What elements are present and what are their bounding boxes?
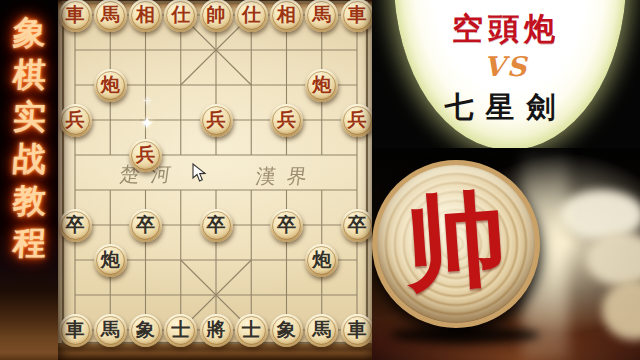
piece-label: 車 bbox=[348, 5, 367, 24]
piece-black-soldier[interactable]: 卒 bbox=[341, 209, 373, 242]
piece-label: 炮 bbox=[312, 250, 331, 269]
decorative-photo: 帅 bbox=[372, 148, 640, 360]
piece-red-horse[interactable]: 馬 bbox=[305, 0, 338, 32]
piece-black-cannon[interactable]: 炮 bbox=[305, 244, 338, 277]
piece-label: 將 bbox=[207, 320, 226, 339]
piece-label: 士 bbox=[171, 320, 190, 339]
xiangqi-board[interactable]: 楚河 漢界 車馬相仕帥仕相馬車炮炮兵兵兵兵兵卒卒卒卒卒炮炮車馬象士將士象馬車 ✦… bbox=[58, 0, 372, 360]
title-char: 象 bbox=[11, 16, 46, 49]
blurred-cup bbox=[602, 280, 640, 340]
piece-black-elephant[interactable]: 象 bbox=[270, 314, 303, 347]
opening-name-black: 七星劍 bbox=[372, 88, 640, 128]
piece-red-elephant[interactable]: 相 bbox=[129, 0, 162, 32]
blurred-cup bbox=[586, 232, 640, 286]
piece-black-soldier[interactable]: 卒 bbox=[200, 209, 233, 242]
piece-red-chariot[interactable]: 車 bbox=[59, 0, 92, 32]
piece-label: 馬 bbox=[101, 320, 120, 339]
piece-black-cannon[interactable]: 炮 bbox=[94, 244, 127, 277]
title-char: 棋 bbox=[11, 58, 46, 91]
vs-label: VS bbox=[372, 51, 640, 82]
mouse-cursor-icon bbox=[191, 163, 209, 183]
piece-black-chariot[interactable]: 車 bbox=[341, 314, 373, 347]
piece-label: 兵 bbox=[277, 110, 296, 129]
piece-black-advisor[interactable]: 士 bbox=[164, 314, 197, 347]
piece-label: 炮 bbox=[101, 75, 120, 94]
piece-label: 卒 bbox=[348, 215, 367, 234]
pieces-layer: 車馬相仕帥仕相馬車炮炮兵兵兵兵兵卒卒卒卒卒炮炮車馬象士將士象馬車 bbox=[58, 0, 372, 360]
piece-label: 馬 bbox=[312, 320, 331, 339]
piece-red-cannon[interactable]: 炮 bbox=[305, 69, 338, 102]
piece-label: 炮 bbox=[101, 250, 120, 269]
piece-red-soldier[interactable]: 兵 bbox=[129, 139, 162, 172]
piece-label: 帥 bbox=[207, 5, 226, 24]
piece-label: 卒 bbox=[277, 215, 296, 234]
piece-label: 象 bbox=[277, 320, 296, 339]
piece-label: 仕 bbox=[171, 5, 190, 24]
title-char: 战 bbox=[11, 142, 46, 175]
piece-black-horse[interactable]: 馬 bbox=[305, 314, 338, 347]
piece-black-soldier[interactable]: 卒 bbox=[129, 209, 162, 242]
piece-label: 相 bbox=[277, 5, 296, 24]
left-title-panel: 象 棋 实 战 教 程 bbox=[0, 0, 58, 360]
piece-red-advisor[interactable]: 仕 bbox=[235, 0, 268, 32]
right-promo-panel: 空頭炮 VS 七星劍 帅 bbox=[372, 0, 640, 360]
piece-label: 車 bbox=[66, 320, 85, 339]
piece-red-chariot[interactable]: 車 bbox=[341, 0, 373, 32]
piece-label: 馬 bbox=[312, 5, 331, 24]
piece-label: 車 bbox=[348, 320, 367, 339]
piece-label: 馬 bbox=[101, 5, 120, 24]
opening-name-red: 空頭炮 bbox=[372, 8, 640, 50]
piece-black-elephant[interactable]: 象 bbox=[129, 314, 162, 347]
piece-red-general[interactable]: 帥 bbox=[200, 0, 233, 32]
show-title-vertical: 象 棋 实 战 教 程 bbox=[0, 16, 58, 259]
title-char: 程 bbox=[11, 226, 46, 259]
title-char: 实 bbox=[11, 100, 46, 133]
piece-red-soldier[interactable]: 兵 bbox=[341, 104, 373, 137]
piece-label: 卒 bbox=[66, 215, 85, 234]
piece-label: 兵 bbox=[66, 110, 85, 129]
piece-label: 兵 bbox=[136, 145, 155, 164]
piece-label: 士 bbox=[242, 320, 261, 339]
piece-label: 卒 bbox=[207, 215, 226, 234]
piece-black-soldier[interactable]: 卒 bbox=[270, 209, 303, 242]
piece-red-horse[interactable]: 馬 bbox=[94, 0, 127, 32]
piece-label: 象 bbox=[136, 320, 155, 339]
piece-red-soldier[interactable]: 兵 bbox=[200, 104, 233, 137]
piece-black-soldier[interactable]: 卒 bbox=[59, 209, 92, 242]
piece-label: 車 bbox=[66, 5, 85, 24]
piece-red-advisor[interactable]: 仕 bbox=[164, 0, 197, 32]
piece-black-chariot[interactable]: 車 bbox=[59, 314, 92, 347]
piece-label: 兵 bbox=[207, 110, 226, 129]
big-general-piece: 帅 bbox=[372, 160, 540, 328]
title-char: 教 bbox=[11, 184, 46, 217]
piece-label: 兵 bbox=[348, 110, 367, 129]
piece-label: 相 bbox=[136, 5, 155, 24]
video-frame: 象 棋 实 战 教 程 楚河 漢界 bbox=[0, 0, 640, 360]
piece-label: 炮 bbox=[312, 75, 331, 94]
piece-black-advisor[interactable]: 士 bbox=[235, 314, 268, 347]
big-general-char: 帅 bbox=[401, 186, 510, 295]
piece-red-soldier[interactable]: 兵 bbox=[59, 104, 92, 137]
piece-label: 仕 bbox=[242, 5, 261, 24]
piece-label: 卒 bbox=[136, 215, 155, 234]
piece-red-soldier[interactable]: 兵 bbox=[270, 104, 303, 137]
piece-black-general[interactable]: 將 bbox=[200, 314, 233, 347]
piece-red-cannon[interactable]: 炮 bbox=[94, 69, 127, 102]
piece-black-horse[interactable]: 馬 bbox=[94, 314, 127, 347]
piece-red-elephant[interactable]: 相 bbox=[270, 0, 303, 32]
